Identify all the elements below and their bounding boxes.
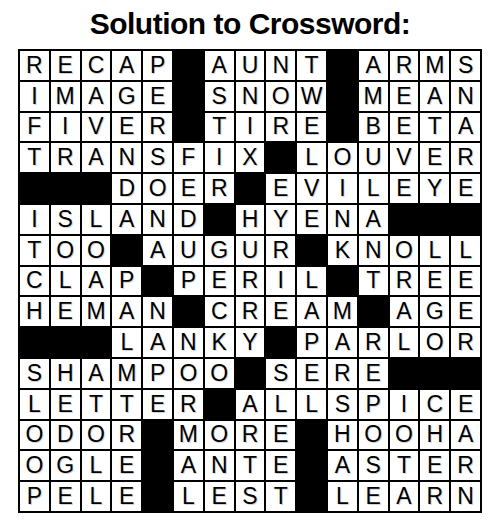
grid-cell: G bbox=[112, 82, 141, 111]
grid-cell: R bbox=[328, 359, 357, 388]
grid-cell: Y bbox=[236, 328, 265, 357]
grid-cell: S bbox=[236, 482, 265, 511]
black-cell bbox=[297, 451, 326, 480]
grid-cell: N bbox=[451, 482, 480, 511]
grid-cell: A bbox=[82, 267, 111, 296]
grid-cell: L bbox=[112, 328, 141, 357]
grid-cell: T bbox=[20, 143, 49, 172]
grid-cell: R bbox=[205, 174, 234, 203]
grid-cell: L bbox=[359, 174, 388, 203]
grid-cell: A bbox=[359, 51, 388, 80]
grid-cell: S bbox=[328, 390, 357, 419]
grid-cell: Y bbox=[266, 205, 295, 234]
grid-cell: E bbox=[451, 297, 480, 326]
grid-cell: B bbox=[359, 113, 388, 142]
black-cell bbox=[297, 482, 326, 511]
grid-cell: C bbox=[20, 267, 49, 296]
grid-cell: N bbox=[451, 82, 480, 111]
grid-cell: M bbox=[420, 51, 449, 80]
grid-cell: V bbox=[82, 113, 111, 142]
grid-cell: H bbox=[51, 359, 80, 388]
black-cell bbox=[297, 236, 326, 265]
grid-cell: R bbox=[20, 51, 49, 80]
grid-cell: C bbox=[205, 297, 234, 326]
grid-cell: A bbox=[328, 328, 357, 357]
grid-cell: P bbox=[359, 390, 388, 419]
grid-cell: E bbox=[112, 451, 141, 480]
grid-cell: W bbox=[297, 82, 326, 111]
grid-cell: A bbox=[451, 113, 480, 142]
grid-cell: E bbox=[51, 51, 80, 80]
grid-cell: A bbox=[390, 297, 419, 326]
grid-cell: A bbox=[112, 51, 141, 80]
grid-cell: O bbox=[205, 421, 234, 450]
grid-cell: R bbox=[236, 421, 265, 450]
grid-cell: T bbox=[112, 390, 141, 419]
grid-cell: A bbox=[143, 236, 172, 265]
grid-cell: L bbox=[82, 482, 111, 511]
black-cell bbox=[236, 174, 265, 203]
grid-cell: E bbox=[112, 482, 141, 511]
grid-cell: R bbox=[451, 328, 480, 357]
grid-cell: M bbox=[174, 421, 203, 450]
grid-cell: A bbox=[174, 451, 203, 480]
grid-cell: A bbox=[82, 143, 111, 172]
grid-cell: K bbox=[205, 328, 234, 357]
grid-cell: S bbox=[451, 51, 480, 80]
grid-cell: P bbox=[143, 51, 172, 80]
grid-cell: L bbox=[328, 482, 357, 511]
grid-cell: S bbox=[205, 82, 234, 111]
grid-cell: R bbox=[143, 113, 172, 142]
grid-cell: X bbox=[236, 143, 265, 172]
grid-cell: N bbox=[359, 236, 388, 265]
black-cell bbox=[205, 390, 234, 419]
grid-cell: R bbox=[266, 113, 295, 142]
grid-cell: A bbox=[390, 482, 419, 511]
grid-cell: O bbox=[328, 143, 357, 172]
black-cell bbox=[51, 174, 80, 203]
grid-cell: I bbox=[328, 174, 357, 203]
black-cell bbox=[451, 205, 480, 234]
grid-cell: V bbox=[297, 174, 326, 203]
grid-cell: E bbox=[390, 113, 419, 142]
grid-cell: K bbox=[328, 236, 357, 265]
grid-cell: E bbox=[205, 482, 234, 511]
black-cell bbox=[20, 174, 49, 203]
grid-cell: A bbox=[297, 297, 326, 326]
grid-cell: R bbox=[174, 390, 203, 419]
grid-cell: S bbox=[51, 205, 80, 234]
grid-cell: E bbox=[143, 390, 172, 419]
grid-cell: S bbox=[143, 143, 172, 172]
black-cell bbox=[420, 359, 449, 388]
grid-cell: L bbox=[420, 236, 449, 265]
grid-cell: A bbox=[112, 297, 141, 326]
black-cell bbox=[328, 267, 357, 296]
page-title: Solution to Crossword: bbox=[0, 0, 500, 41]
grid-cell: D bbox=[174, 205, 203, 234]
grid-cell: N bbox=[143, 205, 172, 234]
grid-cell: A bbox=[143, 328, 172, 357]
grid-cell: T bbox=[236, 451, 265, 480]
grid-cell: T bbox=[359, 267, 388, 296]
grid-cell: P bbox=[112, 267, 141, 296]
grid-cell: O bbox=[20, 451, 49, 480]
grid-cell: R bbox=[359, 328, 388, 357]
black-cell bbox=[174, 113, 203, 142]
grid-cell: O bbox=[82, 236, 111, 265]
grid-cell: I bbox=[205, 143, 234, 172]
grid-cell: E bbox=[390, 82, 419, 111]
crossword-solution-page: Solution to Crossword: RECAPAUNTARMSIMAG… bbox=[0, 0, 500, 520]
grid-cell: T bbox=[20, 236, 49, 265]
grid-cell: E bbox=[451, 267, 480, 296]
grid-cell: A bbox=[420, 82, 449, 111]
grid-cell: M bbox=[328, 297, 357, 326]
grid-cell: E bbox=[266, 451, 295, 480]
grid-cell: O bbox=[420, 328, 449, 357]
black-cell bbox=[205, 205, 234, 234]
grid-cell: O bbox=[143, 174, 172, 203]
grid-cell: R bbox=[451, 143, 480, 172]
grid-cell: U bbox=[236, 236, 265, 265]
grid-cell: M bbox=[82, 297, 111, 326]
grid-cell: L bbox=[390, 328, 419, 357]
grid-cell: G bbox=[205, 236, 234, 265]
grid-cell: R bbox=[390, 51, 419, 80]
grid-cell: D bbox=[112, 174, 141, 203]
grid-cell: I bbox=[266, 267, 295, 296]
grid-cell: M bbox=[359, 82, 388, 111]
grid-cell: N bbox=[174, 328, 203, 357]
grid-cell: L bbox=[266, 390, 295, 419]
grid-cell: A bbox=[328, 451, 357, 480]
grid-cell: E bbox=[51, 482, 80, 511]
crossword-grid: RECAPAUNTARMSIMAGESNOWMEANFIVERTIREBETAT… bbox=[18, 49, 482, 513]
grid-cell: Y bbox=[420, 174, 449, 203]
black-cell bbox=[266, 143, 295, 172]
grid-cell: E bbox=[143, 82, 172, 111]
grid-cell: N bbox=[205, 451, 234, 480]
grid-cell: R bbox=[266, 236, 295, 265]
grid-cell: E bbox=[451, 174, 480, 203]
grid-cell: U bbox=[359, 143, 388, 172]
grid-cell: P bbox=[297, 328, 326, 357]
grid-cell: E bbox=[451, 390, 480, 419]
grid-cell: O bbox=[82, 421, 111, 450]
grid-cell: U bbox=[236, 51, 265, 80]
grid-cell: H bbox=[20, 297, 49, 326]
grid-cell: A bbox=[359, 205, 388, 234]
black-cell bbox=[328, 82, 357, 111]
grid-cell: L bbox=[297, 390, 326, 419]
grid-cell: I bbox=[20, 205, 49, 234]
grid-cell: P bbox=[174, 267, 203, 296]
grid-cell: E bbox=[420, 143, 449, 172]
black-cell bbox=[82, 328, 111, 357]
grid-cell: C bbox=[82, 51, 111, 80]
grid-cell: L bbox=[297, 267, 326, 296]
grid-cell: E bbox=[297, 205, 326, 234]
grid-cell: T bbox=[390, 451, 419, 480]
grid-cell: D bbox=[51, 421, 80, 450]
grid-cell: S bbox=[359, 451, 388, 480]
black-cell bbox=[20, 328, 49, 357]
black-cell bbox=[420, 205, 449, 234]
black-cell bbox=[174, 82, 203, 111]
black-cell bbox=[328, 51, 357, 80]
grid-cell: G bbox=[51, 451, 80, 480]
black-cell bbox=[174, 51, 203, 80]
grid-cell: F bbox=[20, 113, 49, 142]
grid-cell: L bbox=[451, 236, 480, 265]
grid-cell: E bbox=[205, 267, 234, 296]
grid-cell: F bbox=[174, 143, 203, 172]
black-cell bbox=[359, 297, 388, 326]
grid-cell: O bbox=[51, 236, 80, 265]
grid-cell: R bbox=[236, 267, 265, 296]
grid-cell: E bbox=[51, 297, 80, 326]
grid-cell: L bbox=[82, 451, 111, 480]
grid-cell: E bbox=[174, 174, 203, 203]
grid-cell: O bbox=[390, 421, 419, 450]
grid-cell: E bbox=[112, 113, 141, 142]
black-cell bbox=[451, 359, 480, 388]
black-cell bbox=[297, 421, 326, 450]
black-cell bbox=[236, 359, 265, 388]
black-cell bbox=[390, 359, 419, 388]
grid-cell: U bbox=[174, 236, 203, 265]
grid-cell: S bbox=[266, 359, 295, 388]
grid-cell: C bbox=[420, 390, 449, 419]
grid-cell: P bbox=[143, 359, 172, 388]
grid-cell: E bbox=[297, 359, 326, 388]
grid-cell: T bbox=[266, 482, 295, 511]
grid-cell: T bbox=[82, 390, 111, 419]
grid-cell: E bbox=[420, 267, 449, 296]
black-cell bbox=[328, 113, 357, 142]
grid-cell: A bbox=[451, 421, 480, 450]
black-cell bbox=[266, 328, 295, 357]
grid-cell: A bbox=[82, 359, 111, 388]
grid-cell: S bbox=[20, 359, 49, 388]
black-cell bbox=[143, 421, 172, 450]
grid-cell: E bbox=[420, 451, 449, 480]
grid-cell: E bbox=[390, 174, 419, 203]
grid-cell: N bbox=[112, 143, 141, 172]
grid-cell: O bbox=[359, 421, 388, 450]
grid-cell: T bbox=[205, 113, 234, 142]
grid-cell: N bbox=[236, 82, 265, 111]
grid-cell: L bbox=[297, 143, 326, 172]
grid-cell: A bbox=[112, 205, 141, 234]
black-cell bbox=[112, 236, 141, 265]
grid-cell: V bbox=[390, 143, 419, 172]
grid-cell: M bbox=[112, 359, 141, 388]
grid-cell: O bbox=[390, 236, 419, 265]
grid-cell: O bbox=[205, 359, 234, 388]
grid-cell: R bbox=[236, 297, 265, 326]
grid-cell: T bbox=[420, 113, 449, 142]
grid-cell: I bbox=[390, 390, 419, 419]
grid-cell: I bbox=[20, 82, 49, 111]
grid-cell: L bbox=[174, 482, 203, 511]
grid-cell: E bbox=[266, 174, 295, 203]
black-cell bbox=[82, 174, 111, 203]
grid-cell: R bbox=[420, 482, 449, 511]
grid-cell: M bbox=[51, 82, 80, 111]
grid-cell: L bbox=[51, 267, 80, 296]
black-cell bbox=[390, 205, 419, 234]
grid-cell: E bbox=[51, 390, 80, 419]
black-cell bbox=[143, 451, 172, 480]
black-cell bbox=[143, 267, 172, 296]
grid-cell: N bbox=[143, 297, 172, 326]
grid-cell: A bbox=[205, 51, 234, 80]
grid-cell: H bbox=[328, 421, 357, 450]
grid-cell: A bbox=[82, 82, 111, 111]
grid-cell: E bbox=[359, 359, 388, 388]
grid-cell: O bbox=[20, 421, 49, 450]
grid-cell: E bbox=[359, 482, 388, 511]
grid-cell: O bbox=[174, 359, 203, 388]
grid-cell: L bbox=[20, 390, 49, 419]
grid-cell: T bbox=[297, 51, 326, 80]
grid-cell: R bbox=[451, 451, 480, 480]
grid-cell: N bbox=[266, 51, 295, 80]
grid-cell: N bbox=[328, 205, 357, 234]
crossword-grid-container: RECAPAUNTARMSIMAGESNOWMEANFIVERTIREBETAT… bbox=[18, 49, 482, 513]
grid-cell: R bbox=[112, 421, 141, 450]
grid-cell: A bbox=[236, 390, 265, 419]
black-cell bbox=[174, 297, 203, 326]
grid-cell: R bbox=[51, 143, 80, 172]
grid-cell: E bbox=[266, 297, 295, 326]
grid-cell: L bbox=[82, 205, 111, 234]
grid-cell: H bbox=[420, 421, 449, 450]
black-cell bbox=[143, 482, 172, 511]
grid-cell: E bbox=[297, 113, 326, 142]
black-cell bbox=[51, 328, 80, 357]
grid-cell: P bbox=[20, 482, 49, 511]
grid-cell: H bbox=[236, 205, 265, 234]
grid-cell: E bbox=[266, 421, 295, 450]
grid-cell: O bbox=[266, 82, 295, 111]
grid-cell: G bbox=[420, 297, 449, 326]
grid-cell: I bbox=[51, 113, 80, 142]
grid-cell: R bbox=[390, 267, 419, 296]
grid-cell: I bbox=[236, 113, 265, 142]
